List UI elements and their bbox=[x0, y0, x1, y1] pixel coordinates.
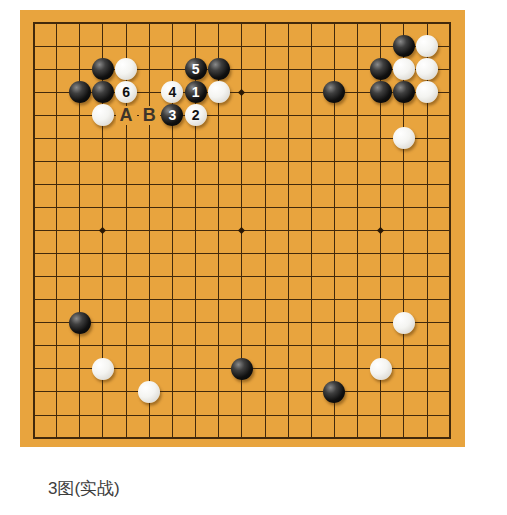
stone-black-move-5: 5 bbox=[185, 58, 207, 80]
grid-line-horizontal bbox=[33, 253, 452, 254]
grid-line-horizontal bbox=[33, 322, 452, 323]
stone-white bbox=[138, 381, 160, 403]
stone-white bbox=[393, 58, 415, 80]
diagram-caption: 3图(实战) bbox=[48, 477, 120, 500]
stone-black-move-3: 3 bbox=[161, 104, 183, 126]
grid-line-vertical bbox=[265, 22, 266, 439]
stone-white bbox=[393, 127, 415, 149]
star-point bbox=[238, 89, 245, 96]
stone-black bbox=[323, 381, 345, 403]
stone-black bbox=[69, 312, 91, 334]
stone-white bbox=[92, 104, 114, 126]
stone-black bbox=[69, 81, 91, 103]
board-label-a: A bbox=[116, 106, 137, 125]
star-point bbox=[377, 227, 384, 234]
stone-white bbox=[370, 358, 392, 380]
grid-line-horizontal bbox=[33, 276, 452, 277]
stone-white bbox=[416, 58, 438, 80]
stone-black bbox=[231, 358, 253, 380]
stone-black bbox=[370, 81, 392, 103]
stone-black bbox=[370, 58, 392, 80]
stone-black bbox=[92, 58, 114, 80]
stone-white bbox=[416, 35, 438, 57]
grid-line-horizontal bbox=[33, 415, 452, 416]
stone-black bbox=[92, 81, 114, 103]
grid-line-vertical bbox=[449, 22, 451, 439]
star-point bbox=[99, 227, 106, 234]
stone-white bbox=[393, 312, 415, 334]
grid-line-vertical bbox=[288, 22, 289, 439]
stone-black-move-1: 1 bbox=[185, 81, 207, 103]
stone-white-move-4: 4 bbox=[161, 81, 183, 103]
stone-white-move-6: 6 bbox=[115, 81, 137, 103]
stone-white bbox=[416, 81, 438, 103]
grid-line-horizontal bbox=[33, 391, 452, 392]
go-board: 564132AB bbox=[20, 10, 465, 447]
grid-line-vertical bbox=[311, 22, 312, 439]
grid-line-vertical bbox=[357, 22, 358, 439]
stone-white bbox=[115, 58, 137, 80]
stone-black bbox=[323, 81, 345, 103]
stone-black bbox=[393, 35, 415, 57]
stone-white-move-2: 2 bbox=[185, 104, 207, 126]
stone-white bbox=[208, 81, 230, 103]
grid-line-horizontal bbox=[33, 437, 452, 439]
grid-line-horizontal bbox=[33, 299, 452, 300]
board-label-b: B bbox=[139, 106, 160, 125]
stone-black bbox=[208, 58, 230, 80]
grid-line-horizontal bbox=[33, 345, 452, 346]
stone-white bbox=[92, 358, 114, 380]
stone-black bbox=[393, 81, 415, 103]
star-point bbox=[238, 227, 245, 234]
